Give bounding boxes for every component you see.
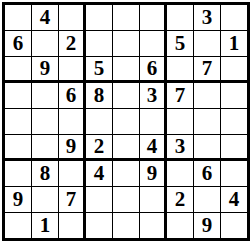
cell-r9c1[interactable] — [5, 213, 32, 238]
cell-r9c3[interactable] — [59, 213, 86, 238]
cell-r4c4[interactable]: 8 — [86, 83, 113, 109]
cell-r8c7[interactable]: 2 — [167, 187, 194, 213]
cell-r9c5[interactable] — [113, 213, 140, 238]
cell-r5c9[interactable] — [221, 109, 247, 135]
cell-r5c4[interactable] — [86, 109, 113, 135]
cell-r1c1[interactable] — [5, 5, 32, 31]
cell-r9c4[interactable] — [86, 213, 113, 238]
cell-r2c6[interactable] — [140, 31, 167, 57]
cell-r7c2[interactable]: 8 — [32, 161, 59, 187]
cell-r4c1[interactable] — [5, 83, 32, 109]
cell-r5c5[interactable] — [113, 109, 140, 135]
cell-r8c2[interactable] — [32, 187, 59, 213]
cell-r7c3[interactable] — [59, 161, 86, 187]
cell-r2c5[interactable] — [113, 31, 140, 57]
cell-r2c4[interactable] — [86, 31, 113, 57]
cell-r4c8[interactable] — [194, 83, 221, 109]
cell-r3c7[interactable] — [167, 57, 194, 83]
cell-r1c4[interactable] — [86, 5, 113, 31]
cell-r5c2[interactable] — [32, 109, 59, 135]
cell-r1c9[interactable] — [221, 5, 247, 31]
cell-r7c9[interactable] — [221, 161, 247, 187]
cell-r3c2[interactable]: 9 — [32, 57, 59, 83]
cell-r4c2[interactable] — [32, 83, 59, 109]
cell-r7c7[interactable] — [167, 161, 194, 187]
sudoku-board: 4362519567683792438496972419 — [2, 2, 250, 241]
cell-r3c1[interactable] — [5, 57, 32, 83]
cell-r7c4[interactable]: 4 — [86, 161, 113, 187]
cell-r9c7[interactable] — [167, 213, 194, 238]
cell-r3c6[interactable]: 6 — [140, 57, 167, 83]
sudoku-page: 4362519567683792438496972419 — [0, 0, 251, 243]
cell-r7c6[interactable]: 9 — [140, 161, 167, 187]
cell-r5c8[interactable] — [194, 109, 221, 135]
cell-r7c8[interactable]: 6 — [194, 161, 221, 187]
cell-r8c6[interactable] — [140, 187, 167, 213]
cell-r8c9[interactable]: 4 — [221, 187, 247, 213]
cell-r3c9[interactable] — [221, 57, 247, 83]
cell-r1c5[interactable] — [113, 5, 140, 31]
cell-r5c6[interactable] — [140, 109, 167, 135]
cell-r6c2[interactable] — [32, 135, 59, 161]
cell-r3c8[interactable]: 7 — [194, 57, 221, 83]
cell-r6c8[interactable] — [194, 135, 221, 161]
cell-r6c7[interactable]: 3 — [167, 135, 194, 161]
cell-r4c7[interactable]: 7 — [167, 83, 194, 109]
cell-r6c9[interactable] — [221, 135, 247, 161]
cell-r9c6[interactable] — [140, 213, 167, 238]
cell-r1c8[interactable]: 3 — [194, 5, 221, 31]
cell-r8c1[interactable]: 9 — [5, 187, 32, 213]
cell-r2c9[interactable]: 1 — [221, 31, 247, 57]
cell-r2c1[interactable]: 6 — [5, 31, 32, 57]
cell-r4c3[interactable]: 6 — [59, 83, 86, 109]
cell-r2c3[interactable]: 2 — [59, 31, 86, 57]
cell-r9c8[interactable]: 9 — [194, 213, 221, 238]
cell-r4c5[interactable] — [113, 83, 140, 109]
cell-r5c7[interactable] — [167, 109, 194, 135]
cell-r2c2[interactable] — [32, 31, 59, 57]
cell-r8c8[interactable] — [194, 187, 221, 213]
cell-r8c4[interactable] — [86, 187, 113, 213]
cell-r6c6[interactable]: 4 — [140, 135, 167, 161]
cell-r2c7[interactable]: 5 — [167, 31, 194, 57]
cell-r1c6[interactable] — [140, 5, 167, 31]
cell-r7c1[interactable] — [5, 161, 32, 187]
cell-r8c3[interactable]: 7 — [59, 187, 86, 213]
cell-r2c8[interactable] — [194, 31, 221, 57]
cell-r3c3[interactable] — [59, 57, 86, 83]
cell-r4c6[interactable]: 3 — [140, 83, 167, 109]
cell-r1c7[interactable] — [167, 5, 194, 31]
cell-r4c9[interactable] — [221, 83, 247, 109]
cell-r7c5[interactable] — [113, 161, 140, 187]
cell-r1c3[interactable] — [59, 5, 86, 31]
cell-r6c5[interactable] — [113, 135, 140, 161]
cell-r5c1[interactable] — [5, 109, 32, 135]
cell-r3c5[interactable] — [113, 57, 140, 83]
cell-r1c2[interactable]: 4 — [32, 5, 59, 31]
cell-r3c4[interactable]: 5 — [86, 57, 113, 83]
cell-r6c1[interactable] — [5, 135, 32, 161]
cell-r6c4[interactable]: 2 — [86, 135, 113, 161]
cell-r9c2[interactable]: 1 — [32, 213, 59, 238]
cell-r9c9[interactable] — [221, 213, 247, 238]
cell-r8c5[interactable] — [113, 187, 140, 213]
cell-r6c3[interactable]: 9 — [59, 135, 86, 161]
cell-r5c3[interactable] — [59, 109, 86, 135]
